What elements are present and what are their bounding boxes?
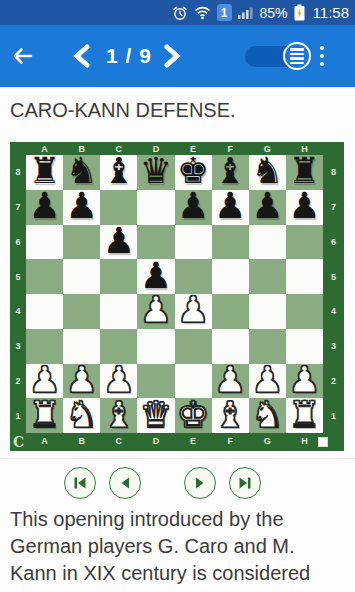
black-king: ♚ [177, 154, 209, 188]
square-b7[interactable]: ♟ [63, 190, 100, 225]
wifi-icon [194, 5, 211, 20]
black-pawn: ♟ [214, 189, 246, 223]
text-line: This opening introduced by the [10, 506, 351, 533]
black-rook: ♜ [28, 154, 60, 188]
square-a4[interactable] [26, 294, 63, 329]
square-d1[interactable]: ♛ [137, 398, 174, 433]
white-bishop: ♝ [103, 398, 135, 432]
previous-move-button[interactable] [109, 467, 141, 499]
square-h1[interactable]: ♜ [286, 398, 323, 433]
list-view-toggle[interactable] [245, 25, 311, 87]
page-title: CARO-KANN DEFENSE. [10, 99, 349, 122]
white-pawn: ♟ [66, 363, 98, 397]
square-f7[interactable]: ♟ [212, 190, 249, 225]
chess-board[interactable]: ABCDEFGH ABCDEFGH 87654321 87654321 ♜♞♝♛… [10, 142, 344, 451]
black-knight: ♞ [251, 154, 283, 188]
white-pawn: ♟ [251, 363, 283, 397]
coord-label: 2 [15, 376, 20, 386]
section-divider [0, 458, 355, 459]
next-move-button[interactable] [184, 467, 216, 499]
coord-label: 2 [331, 376, 336, 386]
square-f4[interactable] [212, 294, 249, 329]
square-e4[interactable]: ♟ [175, 294, 212, 329]
file-labels-bottom: ABCDEFGH [26, 433, 323, 449]
square-h6[interactable] [286, 225, 323, 260]
page-indicator: 1 / 9 [98, 25, 160, 87]
overflow-menu-button[interactable] [320, 25, 324, 87]
coord-label: 7 [331, 202, 336, 212]
square-f1[interactable]: ♝ [212, 398, 249, 433]
white-knight: ♞ [251, 398, 283, 432]
coord-label: 5 [15, 272, 20, 282]
square-e6[interactable] [175, 225, 212, 260]
coord-label: B [78, 436, 85, 446]
battery-percent-label: 85% [260, 5, 288, 21]
black-knight: ♞ [66, 154, 98, 188]
white-knight: ♞ [66, 398, 98, 432]
coord-label: 5 [331, 272, 336, 282]
battery-charging-icon [294, 4, 305, 21]
square-d7[interactable] [137, 190, 174, 225]
black-pawn: ♟ [288, 189, 320, 223]
board-squares: ♜♞♝♛♚♝♞♜♟♟♟♟♟♟♟♟♟♟♟♟♟♟♟♟♜♞♝♛♚♝♞♜ [26, 155, 323, 433]
white-pawn: ♟ [288, 363, 320, 397]
last-move-button[interactable] [229, 467, 261, 499]
square-d8[interactable]: ♛ [137, 155, 174, 190]
square-e3[interactable] [175, 329, 212, 364]
coord-label: 4 [331, 306, 336, 316]
coord-label: 4 [15, 306, 20, 316]
square-b5[interactable] [63, 259, 100, 294]
square-d3[interactable] [137, 329, 174, 364]
square-b4[interactable] [63, 294, 100, 329]
white-rook: ♜ [288, 398, 320, 432]
square-c1[interactable]: ♝ [100, 398, 137, 433]
coord-label: 3 [15, 341, 20, 351]
coord-label: 8 [15, 167, 20, 177]
coord-label: H [301, 436, 308, 446]
board-logo: C [13, 434, 24, 450]
square-h5[interactable] [286, 259, 323, 294]
square-g4[interactable] [249, 294, 286, 329]
square-a5[interactable] [26, 259, 63, 294]
square-a1[interactable]: ♜ [26, 398, 63, 433]
black-pawn: ♟ [140, 259, 172, 293]
coord-label: E [190, 436, 196, 446]
text-line: German players G. Caro and M. [10, 533, 351, 560]
next-page-chevron[interactable] [162, 25, 182, 87]
first-move-button[interactable] [64, 467, 96, 499]
square-b1[interactable]: ♞ [63, 398, 100, 433]
black-pawn: ♟ [251, 189, 283, 223]
white-pawn: ♟ [28, 363, 60, 397]
description-text: This opening introduced by theGerman pla… [10, 506, 351, 592]
coord-label: F [227, 436, 233, 446]
black-pawn: ♟ [28, 189, 60, 223]
coord-label: D [153, 436, 160, 446]
sim-card-badge: 1 [217, 4, 232, 21]
square-g7[interactable]: ♟ [249, 190, 286, 225]
coord-label: 1 [331, 411, 336, 421]
square-b6[interactable] [63, 225, 100, 260]
signal-strength-icon [238, 6, 254, 20]
square-a7[interactable]: ♟ [26, 190, 63, 225]
square-f6[interactable] [212, 225, 249, 260]
white-pawn: ♟ [103, 363, 135, 397]
rank-labels-left: 87654321 [10, 155, 26, 433]
back-arrow-button[interactable] [10, 25, 34, 87]
text-line: Kann in XIX century is considered [10, 560, 351, 587]
coord-label: 3 [331, 341, 336, 351]
square-d4[interactable]: ♟ [137, 294, 174, 329]
square-c5[interactable] [100, 259, 137, 294]
white-to-move-indicator [318, 437, 328, 447]
white-bishop: ♝ [214, 398, 246, 432]
square-c4[interactable] [100, 294, 137, 329]
black-bishop: ♝ [214, 154, 246, 188]
square-g5[interactable] [249, 259, 286, 294]
coord-label: 7 [15, 202, 20, 212]
square-a6[interactable] [26, 225, 63, 260]
coord-label: G [264, 436, 271, 446]
previous-page-chevron[interactable] [72, 25, 92, 87]
coord-label: 6 [15, 237, 20, 247]
black-rook: ♜ [288, 154, 320, 188]
square-g1[interactable]: ♞ [249, 398, 286, 433]
white-pawn: ♟ [177, 293, 209, 327]
list-icon [283, 42, 311, 70]
square-g6[interactable] [249, 225, 286, 260]
rank-labels-right: 87654321 [323, 155, 344, 433]
white-rook: ♜ [28, 398, 60, 432]
coord-label: C [116, 436, 123, 446]
clock-time: 11:58 [313, 4, 349, 21]
square-e7[interactable]: ♟ [175, 190, 212, 225]
square-c6[interactable]: ♟ [100, 225, 137, 260]
black-bishop: ♝ [103, 154, 135, 188]
square-e1[interactable]: ♚ [175, 398, 212, 433]
white-pawn: ♟ [140, 293, 172, 327]
white-king: ♚ [177, 398, 209, 432]
black-pawn: ♟ [177, 189, 209, 223]
square-f5[interactable] [212, 259, 249, 294]
status-bar: 1 85% 11:58 [0, 0, 355, 25]
square-h7[interactable]: ♟ [286, 190, 323, 225]
square-c8[interactable]: ♝ [100, 155, 137, 190]
black-queen: ♛ [140, 154, 172, 188]
toolbar: 1 / 9 [0, 25, 355, 87]
square-h4[interactable] [286, 294, 323, 329]
coord-label: 1 [15, 411, 20, 421]
app-screen: { "game": "chess", "position": "rnbqkbnr… [0, 0, 355, 592]
coord-label: A [41, 436, 48, 446]
white-pawn: ♟ [214, 363, 246, 397]
black-pawn: ♟ [103, 224, 135, 258]
text-line: to be more reliable than the other [10, 587, 351, 592]
white-queen: ♛ [140, 398, 172, 432]
alarm-clock-icon [172, 5, 188, 21]
black-pawn: ♟ [66, 189, 98, 223]
coord-label: 6 [331, 237, 336, 247]
coord-label: 8 [331, 167, 336, 177]
